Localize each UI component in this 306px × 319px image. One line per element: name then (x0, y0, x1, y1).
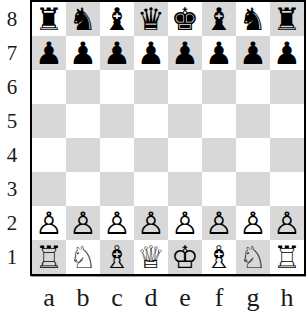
piece-black-rook[interactable]: ♜ (35, 2, 63, 36)
square-d7[interactable]: ♟ (134, 36, 168, 70)
piece-white-rook[interactable]: ♖ (273, 240, 301, 274)
square-d3[interactable] (134, 172, 168, 206)
chess-diagram: 87654321 ♜♞♝♛♚♝♞♜♟♟♟♟♟♟♟♟♙♙♙♙♙♙♙♙♖♘♗♕♔♗♘… (0, 0, 306, 319)
square-a5[interactable] (32, 104, 66, 138)
piece-black-pawn[interactable]: ♟ (239, 36, 267, 70)
square-h1[interactable]: ♖ (270, 240, 304, 274)
square-b8[interactable]: ♞ (66, 2, 100, 36)
piece-black-pawn[interactable]: ♟ (137, 36, 165, 70)
square-h2[interactable]: ♙ (270, 206, 304, 240)
square-g1[interactable]: ♘ (236, 240, 270, 274)
square-h4[interactable] (270, 138, 304, 172)
piece-black-pawn[interactable]: ♟ (273, 36, 301, 70)
square-a7[interactable]: ♟ (32, 36, 66, 70)
square-b5[interactable] (66, 104, 100, 138)
square-a2[interactable]: ♙ (32, 206, 66, 240)
square-d6[interactable] (134, 70, 168, 104)
piece-white-knight[interactable]: ♘ (69, 240, 97, 274)
square-e1[interactable]: ♔ (168, 240, 202, 274)
square-d1[interactable]: ♕ (134, 240, 168, 274)
file-label-f: f (202, 278, 236, 318)
piece-white-pawn[interactable]: ♙ (171, 206, 199, 240)
square-e2[interactable]: ♙ (168, 206, 202, 240)
square-b4[interactable] (66, 138, 100, 172)
square-c5[interactable] (100, 104, 134, 138)
square-h7[interactable]: ♟ (270, 36, 304, 70)
square-f6[interactable] (202, 70, 236, 104)
file-label-e: e (168, 278, 202, 318)
rank-label-4: 4 (0, 138, 24, 172)
square-g2[interactable]: ♙ (236, 206, 270, 240)
square-d8[interactable]: ♛ (134, 2, 168, 36)
piece-white-bishop[interactable]: ♗ (103, 240, 131, 274)
piece-black-pawn[interactable]: ♟ (205, 36, 233, 70)
square-g4[interactable] (236, 138, 270, 172)
piece-black-pawn[interactable]: ♟ (171, 36, 199, 70)
rank-labels: 87654321 (0, 2, 24, 274)
file-label-g: g (236, 278, 270, 318)
square-f5[interactable] (202, 104, 236, 138)
file-label-b: b (66, 278, 100, 318)
square-e7[interactable]: ♟ (168, 36, 202, 70)
square-e5[interactable] (168, 104, 202, 138)
rank-label-5: 5 (0, 104, 24, 138)
square-c3[interactable] (100, 172, 134, 206)
file-label-a: a (32, 278, 66, 318)
square-b2[interactable]: ♙ (66, 206, 100, 240)
square-f8[interactable]: ♝ (202, 2, 236, 36)
square-c1[interactable]: ♗ (100, 240, 134, 274)
piece-white-pawn[interactable]: ♙ (69, 206, 97, 240)
piece-black-bishop[interactable]: ♝ (205, 2, 233, 36)
square-f7[interactable]: ♟ (202, 36, 236, 70)
rank-label-7: 7 (0, 36, 24, 70)
piece-white-pawn[interactable]: ♙ (205, 206, 233, 240)
piece-white-pawn[interactable]: ♙ (239, 206, 267, 240)
square-g6[interactable] (236, 70, 270, 104)
piece-white-queen[interactable]: ♕ (137, 240, 165, 274)
square-c8[interactable]: ♝ (100, 2, 134, 36)
piece-black-king[interactable]: ♚ (171, 2, 199, 36)
piece-black-pawn[interactable]: ♟ (69, 36, 97, 70)
piece-black-knight[interactable]: ♞ (239, 2, 267, 36)
piece-white-pawn[interactable]: ♙ (273, 206, 301, 240)
square-h8[interactable]: ♜ (270, 2, 304, 36)
square-f1[interactable]: ♗ (202, 240, 236, 274)
square-c7[interactable]: ♟ (100, 36, 134, 70)
square-g3[interactable] (236, 172, 270, 206)
square-e8[interactable]: ♚ (168, 2, 202, 36)
square-e4[interactable] (168, 138, 202, 172)
piece-black-pawn[interactable]: ♟ (35, 36, 63, 70)
square-a8[interactable]: ♜ (32, 2, 66, 36)
piece-black-queen[interactable]: ♛ (137, 2, 165, 36)
file-labels: abcdefgh (32, 278, 304, 318)
rank-label-1: 1 (0, 240, 24, 274)
rank-label-2: 2 (0, 206, 24, 240)
square-e3[interactable] (168, 172, 202, 206)
piece-white-pawn[interactable]: ♙ (103, 206, 131, 240)
square-f2[interactable]: ♙ (202, 206, 236, 240)
square-e6[interactable] (168, 70, 202, 104)
piece-white-pawn[interactable]: ♙ (137, 206, 165, 240)
square-d2[interactable]: ♙ (134, 206, 168, 240)
square-d5[interactable] (134, 104, 168, 138)
square-a4[interactable] (32, 138, 66, 172)
square-c4[interactable] (100, 138, 134, 172)
piece-black-bishop[interactable]: ♝ (103, 2, 131, 36)
square-a3[interactable] (32, 172, 66, 206)
square-g8[interactable]: ♞ (236, 2, 270, 36)
file-label-d: d (134, 278, 168, 318)
square-h5[interactable] (270, 104, 304, 138)
rank-label-3: 3 (0, 172, 24, 206)
square-b1[interactable]: ♘ (66, 240, 100, 274)
piece-white-pawn[interactable]: ♙ (35, 206, 63, 240)
rank-label-8: 8 (0, 2, 24, 36)
piece-black-knight[interactable]: ♞ (69, 2, 97, 36)
piece-white-king[interactable]: ♔ (171, 240, 199, 274)
square-b3[interactable] (66, 172, 100, 206)
square-g5[interactable] (236, 104, 270, 138)
file-label-c: c (100, 278, 134, 318)
piece-black-rook[interactable]: ♜ (273, 2, 301, 36)
square-c6[interactable] (100, 70, 134, 104)
rank-label-6: 6 (0, 70, 24, 104)
chess-board: ♜♞♝♛♚♝♞♜♟♟♟♟♟♟♟♟♙♙♙♙♙♙♙♙♖♘♗♕♔♗♘♖ (30, 0, 306, 276)
square-c2[interactable]: ♙ (100, 206, 134, 240)
piece-white-knight[interactable]: ♘ (239, 240, 267, 274)
square-h3[interactable] (270, 172, 304, 206)
square-a6[interactable] (32, 70, 66, 104)
square-f3[interactable] (202, 172, 236, 206)
square-g7[interactable]: ♟ (236, 36, 270, 70)
square-a1[interactable]: ♖ (32, 240, 66, 274)
square-h6[interactable] (270, 70, 304, 104)
piece-white-rook[interactable]: ♖ (35, 240, 63, 274)
file-label-h: h (270, 278, 304, 318)
square-d4[interactable] (134, 138, 168, 172)
piece-black-pawn[interactable]: ♟ (103, 36, 131, 70)
square-f4[interactable] (202, 138, 236, 172)
piece-white-bishop[interactable]: ♗ (205, 240, 233, 274)
square-b6[interactable] (66, 70, 100, 104)
square-b7[interactable]: ♟ (66, 36, 100, 70)
